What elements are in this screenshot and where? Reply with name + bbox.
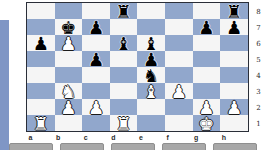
- bottom-toolbar: [9, 143, 259, 150]
- white-rook: ♜: [33, 116, 49, 131]
- white-pawn: ♟: [171, 84, 187, 99]
- square-c2[interactable]: ♟: [82, 99, 110, 115]
- rank-labels: 87654321: [252, 4, 265, 132]
- white-knight: ♞: [60, 84, 76, 99]
- toolbar-button-5[interactable]: [213, 143, 257, 150]
- square-d7[interactable]: [110, 19, 138, 35]
- toolbar-button-2[interactable]: [60, 143, 104, 150]
- square-c4[interactable]: [82, 67, 110, 83]
- square-h1[interactable]: [220, 115, 248, 131]
- square-g3[interactable]: [193, 83, 221, 99]
- black-pawn: ♟: [198, 20, 214, 35]
- square-f6[interactable]: [165, 35, 193, 51]
- square-f4[interactable]: [165, 67, 193, 83]
- black-pawn: ♟: [88, 20, 104, 35]
- black-pawn: ♟: [143, 52, 159, 67]
- square-d4[interactable]: [110, 67, 138, 83]
- black-pawn: ♟: [226, 20, 242, 35]
- square-a8[interactable]: [27, 3, 55, 19]
- rank-label-4: 4: [252, 68, 265, 84]
- black-knight: ♞: [143, 68, 159, 83]
- square-d2[interactable]: [110, 99, 138, 115]
- square-b2[interactable]: ♟: [55, 99, 83, 115]
- file-label-h: h: [221, 134, 249, 141]
- left-edge-strip: [0, 20, 9, 150]
- square-h3[interactable]: [220, 83, 248, 99]
- square-d8[interactable]: ♜: [110, 3, 138, 19]
- square-f1[interactable]: [165, 115, 193, 131]
- square-h7[interactable]: ♟: [220, 19, 248, 35]
- file-label-g: g: [193, 134, 221, 141]
- rank-label-2: 2: [252, 100, 265, 116]
- file-label-c: c: [83, 134, 111, 141]
- square-a7[interactable]: [27, 19, 55, 35]
- square-c8[interactable]: [82, 3, 110, 19]
- square-e6[interactable]: ♝: [137, 35, 165, 51]
- black-bishop: ♝: [116, 36, 132, 51]
- chess-diagram-screen: ♜♜♚♟♟♟♟♟♝♝♟♟♞♞♝♟♟♟♟♟♜♜♚ 87654321 abcdefg…: [0, 0, 266, 150]
- file-labels: abcdefgh: [28, 134, 249, 141]
- toolbar-button-3[interactable]: [111, 143, 155, 150]
- square-g4[interactable]: [193, 67, 221, 83]
- white-pawn: ♟: [198, 100, 214, 115]
- square-a4[interactable]: [27, 67, 55, 83]
- white-pawn: ♟: [60, 100, 76, 115]
- square-c7[interactable]: ♟: [82, 19, 110, 35]
- square-f7[interactable]: [165, 19, 193, 35]
- square-e1[interactable]: [137, 115, 165, 131]
- rank-label-7: 7: [252, 20, 265, 36]
- square-h5[interactable]: [220, 51, 248, 67]
- black-rook: ♜: [226, 4, 242, 19]
- toolbar-button-4[interactable]: [162, 143, 206, 150]
- square-d3[interactable]: [110, 83, 138, 99]
- square-f3[interactable]: ♟: [165, 83, 193, 99]
- rank-label-8: 8: [252, 4, 265, 20]
- rank-label-3: 3: [252, 84, 265, 100]
- white-bishop: ♝: [143, 84, 159, 99]
- square-a3[interactable]: [27, 83, 55, 99]
- square-e8[interactable]: [137, 3, 165, 19]
- rank-label-6: 6: [252, 36, 265, 52]
- square-b6[interactable]: ♟: [55, 35, 83, 51]
- square-e7[interactable]: [137, 19, 165, 35]
- square-b5[interactable]: [55, 51, 83, 67]
- square-c5[interactable]: ♟: [82, 51, 110, 67]
- rank-label-5: 5: [252, 52, 265, 68]
- square-b8[interactable]: [55, 3, 83, 19]
- white-pawn: ♟: [60, 36, 76, 51]
- black-pawn: ♟: [33, 36, 49, 51]
- square-e4[interactable]: ♞: [137, 67, 165, 83]
- square-a6[interactable]: ♟: [27, 35, 55, 51]
- square-e2[interactable]: [137, 99, 165, 115]
- square-h8[interactable]: ♜: [220, 3, 248, 19]
- black-bishop: ♝: [143, 36, 159, 51]
- white-pawn: ♟: [88, 100, 104, 115]
- black-rook: ♜: [116, 4, 132, 19]
- file-label-b: b: [55, 134, 83, 141]
- rank-label-1: 1: [252, 116, 265, 132]
- black-pawn: ♟: [88, 52, 104, 67]
- white-rook: ♜: [116, 116, 132, 131]
- square-b3[interactable]: ♞: [55, 83, 83, 99]
- square-d5[interactable]: [110, 51, 138, 67]
- white-king: ♚: [198, 116, 214, 131]
- square-e5[interactable]: ♟: [137, 51, 165, 67]
- file-label-d: d: [110, 134, 138, 141]
- file-label-a: a: [28, 134, 56, 141]
- file-label-f: f: [165, 134, 193, 141]
- square-b1[interactable]: [55, 115, 83, 131]
- square-g8[interactable]: [193, 3, 221, 19]
- square-d1[interactable]: ♜: [110, 115, 138, 131]
- chess-board: ♜♜♚♟♟♟♟♟♝♝♟♟♞♞♝♟♟♟♟♟♜♜♚: [26, 2, 249, 132]
- square-f2[interactable]: [165, 99, 193, 115]
- square-d6[interactable]: ♝: [110, 35, 138, 51]
- square-f8[interactable]: [165, 3, 193, 19]
- white-pawn: ♟: [226, 100, 242, 115]
- square-c6[interactable]: [82, 35, 110, 51]
- black-king: ♚: [60, 20, 76, 35]
- file-label-e: e: [138, 134, 166, 141]
- square-a1[interactable]: ♜: [27, 115, 55, 131]
- square-h4[interactable]: [220, 67, 248, 83]
- square-g5[interactable]: [193, 51, 221, 67]
- square-g1[interactable]: ♚: [193, 115, 221, 131]
- square-b4[interactable]: [55, 67, 83, 83]
- square-c1[interactable]: [82, 115, 110, 131]
- square-f5[interactable]: [165, 51, 193, 67]
- square-a2[interactable]: [27, 99, 55, 115]
- square-g6[interactable]: [193, 35, 221, 51]
- square-b7[interactable]: ♚: [55, 19, 83, 35]
- square-h6[interactable]: [220, 35, 248, 51]
- square-c3[interactable]: [82, 83, 110, 99]
- square-g7[interactable]: ♟: [193, 19, 221, 35]
- square-g2[interactable]: ♟: [193, 99, 221, 115]
- square-e3[interactable]: ♝: [137, 83, 165, 99]
- toolbar-button-1[interactable]: [9, 143, 53, 150]
- square-h2[interactable]: ♟: [220, 99, 248, 115]
- square-a5[interactable]: [27, 51, 55, 67]
